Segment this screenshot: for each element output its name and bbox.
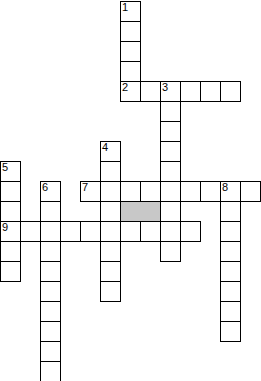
grid-cell[interactable]: [40, 341, 61, 362]
grid-cell[interactable]: [100, 161, 121, 182]
grid-cell[interactable]: [220, 261, 241, 282]
grid-cell[interactable]: [200, 181, 221, 202]
grid-cell[interactable]: [0, 221, 21, 242]
grid-cell[interactable]: [180, 221, 201, 242]
grid-cell[interactable]: [160, 221, 181, 242]
grid-cell[interactable]: [220, 201, 241, 222]
grid-cell[interactable]: [100, 221, 121, 242]
shaded-cell: [120, 201, 161, 222]
grid-cell[interactable]: [40, 221, 61, 242]
grid-cell[interactable]: [0, 181, 21, 202]
grid-cell[interactable]: [100, 281, 121, 302]
grid-cell[interactable]: [220, 281, 241, 302]
grid-cell[interactable]: [220, 241, 241, 262]
grid-cell[interactable]: [160, 161, 181, 182]
grid-cell[interactable]: [140, 81, 161, 102]
grid-cell[interactable]: [220, 321, 241, 342]
grid-cell[interactable]: [200, 81, 221, 102]
grid-cell[interactable]: [120, 21, 141, 42]
grid-cell[interactable]: [160, 241, 181, 262]
grid-cell[interactable]: [220, 221, 241, 242]
grid-cell[interactable]: [100, 181, 121, 202]
grid-cell[interactable]: [60, 221, 81, 242]
grid-cell[interactable]: [20, 221, 41, 242]
grid-cell[interactable]: [180, 181, 201, 202]
grid-cell[interactable]: [100, 141, 121, 162]
grid-cell[interactable]: [40, 301, 61, 322]
grid-cell[interactable]: [160, 121, 181, 142]
grid-cell[interactable]: [240, 181, 261, 202]
grid-cell[interactable]: [160, 101, 181, 122]
grid-cell[interactable]: [140, 221, 161, 242]
grid-cell[interactable]: [160, 141, 181, 162]
crossword-grid: 123456789: [0, 0, 261, 381]
grid-cell[interactable]: [180, 81, 201, 102]
grid-cell[interactable]: [120, 181, 141, 202]
grid-cell[interactable]: [220, 301, 241, 322]
grid-cell[interactable]: [0, 261, 21, 282]
grid-cell[interactable]: [100, 201, 121, 222]
grid-cell[interactable]: [40, 181, 61, 202]
grid-cell[interactable]: [80, 181, 101, 202]
grid-cell[interactable]: [160, 201, 181, 222]
grid-cell[interactable]: [120, 41, 141, 62]
grid-cell[interactable]: [0, 241, 21, 262]
grid-cell[interactable]: [40, 361, 61, 381]
grid-cell[interactable]: [140, 181, 161, 202]
grid-cell[interactable]: [120, 1, 141, 22]
grid-cell[interactable]: [40, 241, 61, 262]
grid-cell[interactable]: [80, 221, 101, 242]
grid-cell[interactable]: [40, 201, 61, 222]
grid-cell[interactable]: [40, 261, 61, 282]
grid-cell[interactable]: [160, 181, 181, 202]
grid-cell[interactable]: [220, 181, 241, 202]
grid-cell[interactable]: [220, 81, 241, 102]
grid-cell[interactable]: [160, 81, 181, 102]
grid-cell[interactable]: [0, 161, 21, 182]
grid-cell[interactable]: [100, 241, 121, 262]
grid-cell[interactable]: [120, 221, 141, 242]
grid-cell[interactable]: [100, 261, 121, 282]
grid-cell[interactable]: [120, 81, 141, 102]
grid-cell[interactable]: [40, 281, 61, 302]
grid-cell[interactable]: [0, 201, 21, 222]
grid-cell[interactable]: [40, 321, 61, 342]
grid-cell[interactable]: [120, 61, 141, 82]
